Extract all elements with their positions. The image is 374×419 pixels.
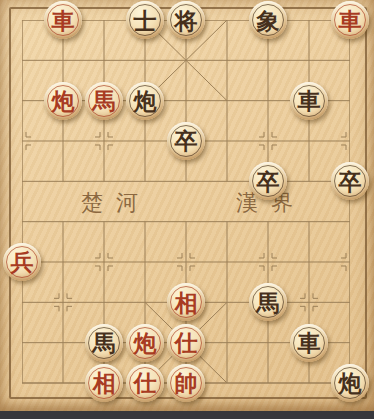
piece-black-elephant[interactable]: 象: [249, 1, 287, 39]
piece-black-advisor[interactable]: 士: [126, 1, 164, 39]
piece-glyph: 卒: [257, 170, 280, 193]
piece-black-chariot[interactable]: 車: [290, 324, 328, 362]
piece-red-chariot[interactable]: 車: [331, 1, 369, 39]
piece-black-soldier[interactable]: 卒: [331, 162, 369, 200]
piece-red-horse[interactable]: 馬: [85, 82, 123, 120]
piece-red-cannon[interactable]: 炮: [44, 82, 82, 120]
piece-black-cannon[interactable]: 炮: [331, 364, 369, 402]
piece-glyph: 象: [257, 9, 280, 32]
piece-black-cannon[interactable]: 炮: [126, 82, 164, 120]
piece-glyph: 馬: [93, 89, 116, 112]
piece-glyph: 士: [134, 9, 157, 32]
piece-red-cannon[interactable]: 炮: [126, 324, 164, 362]
bottom-bar: [0, 411, 374, 419]
piece-red-soldier[interactable]: 兵: [3, 243, 41, 281]
piece-glyph: 卒: [339, 170, 362, 193]
piece-glyph: 炮: [339, 371, 362, 394]
piece-glyph: 馬: [257, 291, 280, 314]
piece-black-horse[interactable]: 馬: [85, 324, 123, 362]
piece-black-soldier[interactable]: 卒: [167, 122, 205, 160]
piece-glyph: 馬: [93, 331, 116, 354]
xiangqi-board[interactable]: 楚河 漢界 車士将象車炮馬炮車卒卒卒兵相馬馬炮仕車相仕帥炮: [0, 0, 374, 411]
piece-glyph: 車: [298, 89, 321, 112]
river-label-left: 楚河: [81, 191, 151, 215]
piece-glyph: 車: [298, 331, 321, 354]
piece-glyph: 仕: [175, 331, 198, 354]
piece-black-chariot[interactable]: 車: [290, 82, 328, 120]
piece-glyph: 帥: [175, 371, 198, 394]
piece-red-general[interactable]: 帥: [167, 364, 205, 402]
piece-glyph: 車: [339, 9, 362, 32]
piece-glyph: 炮: [134, 331, 157, 354]
piece-red-chariot[interactable]: 車: [44, 1, 82, 39]
piece-glyph: 卒: [175, 129, 198, 152]
piece-glyph: 炮: [134, 89, 157, 112]
piece-glyph: 相: [93, 371, 116, 394]
piece-black-general[interactable]: 将: [167, 1, 205, 39]
piece-glyph: 相: [175, 291, 198, 314]
piece-glyph: 将: [175, 9, 198, 32]
xiangqi-game-screen: 楚河 漢界 車士将象車炮馬炮車卒卒卒兵相馬馬炮仕車相仕帥炮: [0, 0, 374, 419]
piece-glyph: 兵: [11, 250, 34, 273]
piece-glyph: 車: [52, 9, 75, 32]
piece-red-advisor[interactable]: 仕: [167, 324, 205, 362]
piece-red-elephant[interactable]: 相: [85, 364, 123, 402]
piece-glyph: 炮: [52, 89, 75, 112]
piece-glyph: 仕: [134, 371, 157, 394]
piece-red-advisor[interactable]: 仕: [126, 364, 164, 402]
